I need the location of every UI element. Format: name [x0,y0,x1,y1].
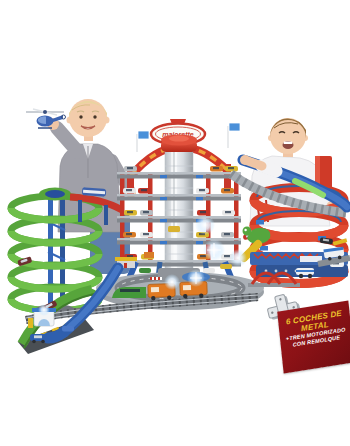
toy-car [197,210,210,216]
toy-car [139,268,151,273]
toy-car [124,166,137,172]
product-photo: majorette [0,0,350,446]
elevator-car [168,226,180,232]
flag [229,123,240,131]
toy-car [221,232,234,238]
flag [138,131,149,139]
toy-train-car [82,187,106,197]
toy-car [210,166,223,172]
toy-car [124,210,137,216]
toy-car [140,232,153,238]
toy-car [222,210,235,216]
toy-car [123,232,136,238]
elevator-tower [161,135,197,291]
toy-car [123,188,136,194]
toy-car [203,268,215,273]
toy-car [225,166,238,172]
toy-car [221,188,234,194]
toy-car [140,210,153,216]
toy-car [62,326,74,332]
right-child-hand [240,155,250,165]
toy-scene-illustration: majorette [0,0,350,446]
toy-car [196,188,209,194]
toy-car [220,264,232,269]
promo-badge: 6 COCHES DE METAL +TREN MOTORIZADO CON R… [277,300,350,373]
toy-car [138,188,151,194]
